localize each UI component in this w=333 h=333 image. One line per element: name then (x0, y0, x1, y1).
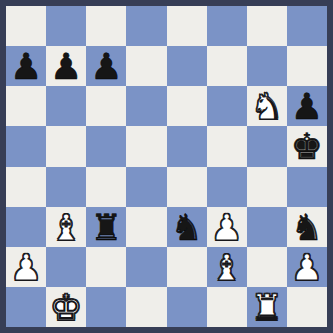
square-b1[interactable]: ♚ (46, 287, 86, 327)
square-b2[interactable] (46, 247, 86, 287)
square-e4[interactable] (167, 167, 207, 207)
black-pawn[interactable]: ♟ (50, 49, 82, 85)
square-h6[interactable]: ♟ (287, 86, 327, 126)
white-rook[interactable]: ♜ (251, 290, 283, 326)
square-f1[interactable] (207, 287, 247, 327)
square-f3[interactable]: ♟ (207, 207, 247, 247)
square-a1[interactable] (6, 287, 46, 327)
square-d5[interactable] (126, 126, 166, 166)
white-pawn[interactable]: ♟ (10, 250, 42, 286)
black-knight[interactable]: ♞ (170, 210, 202, 246)
square-c3[interactable]: ♜ (86, 207, 126, 247)
square-b8[interactable] (46, 6, 86, 46)
black-pawn[interactable]: ♟ (291, 89, 323, 125)
square-c2[interactable] (86, 247, 126, 287)
square-g3[interactable] (247, 207, 287, 247)
square-b4[interactable] (46, 167, 86, 207)
square-f5[interactable] (207, 126, 247, 166)
square-g6[interactable]: ♞ (247, 86, 287, 126)
square-g4[interactable] (247, 167, 287, 207)
white-bishop[interactable]: ♝ (50, 210, 82, 246)
square-b3[interactable]: ♝ (46, 207, 86, 247)
white-pawn[interactable]: ♟ (291, 250, 323, 286)
square-f7[interactable] (207, 46, 247, 86)
square-b7[interactable]: ♟ (46, 46, 86, 86)
square-h1[interactable] (287, 287, 327, 327)
square-h8[interactable] (287, 6, 327, 46)
square-h5[interactable]: ♚ (287, 126, 327, 166)
square-e7[interactable] (167, 46, 207, 86)
white-pawn[interactable]: ♟ (211, 210, 243, 246)
square-d6[interactable] (126, 86, 166, 126)
square-h3[interactable]: ♞ (287, 207, 327, 247)
square-d8[interactable] (126, 6, 166, 46)
square-g8[interactable] (247, 6, 287, 46)
square-d4[interactable] (126, 167, 166, 207)
black-pawn[interactable]: ♟ (90, 49, 122, 85)
square-a4[interactable] (6, 167, 46, 207)
square-e6[interactable] (167, 86, 207, 126)
square-d3[interactable] (126, 207, 166, 247)
square-f4[interactable] (207, 167, 247, 207)
square-c1[interactable] (86, 287, 126, 327)
black-rook[interactable]: ♜ (90, 210, 122, 246)
square-e5[interactable] (167, 126, 207, 166)
square-g2[interactable] (247, 247, 287, 287)
square-d2[interactable] (126, 247, 166, 287)
square-h4[interactable] (287, 167, 327, 207)
square-a5[interactable] (6, 126, 46, 166)
white-bishop[interactable]: ♝ (211, 250, 243, 286)
square-c6[interactable] (86, 86, 126, 126)
square-f6[interactable] (207, 86, 247, 126)
square-e8[interactable] (167, 6, 207, 46)
black-king[interactable]: ♚ (291, 129, 323, 165)
black-pawn[interactable]: ♟ (10, 49, 42, 85)
square-b6[interactable] (46, 86, 86, 126)
square-a8[interactable] (6, 6, 46, 46)
square-h2[interactable]: ♟ (287, 247, 327, 287)
square-e2[interactable] (167, 247, 207, 287)
chess-board: ♟♟♟♞♟♚♝♜♞♟♞♟♝♟♚♜ (0, 0, 333, 333)
square-g1[interactable]: ♜ (247, 287, 287, 327)
square-c5[interactable] (86, 126, 126, 166)
square-f2[interactable]: ♝ (207, 247, 247, 287)
black-knight[interactable]: ♞ (291, 210, 323, 246)
white-king[interactable]: ♚ (50, 290, 82, 326)
square-e3[interactable]: ♞ (167, 207, 207, 247)
square-a2[interactable]: ♟ (6, 247, 46, 287)
square-a6[interactable] (6, 86, 46, 126)
square-a3[interactable] (6, 207, 46, 247)
square-c4[interactable] (86, 167, 126, 207)
square-c8[interactable] (86, 6, 126, 46)
square-c7[interactable]: ♟ (86, 46, 126, 86)
white-knight[interactable]: ♞ (251, 89, 283, 125)
square-g7[interactable] (247, 46, 287, 86)
square-d7[interactable] (126, 46, 166, 86)
square-e1[interactable] (167, 287, 207, 327)
square-d1[interactable] (126, 287, 166, 327)
square-a7[interactable]: ♟ (6, 46, 46, 86)
square-h7[interactable] (287, 46, 327, 86)
square-g5[interactable] (247, 126, 287, 166)
square-b5[interactable] (46, 126, 86, 166)
square-f8[interactable] (207, 6, 247, 46)
